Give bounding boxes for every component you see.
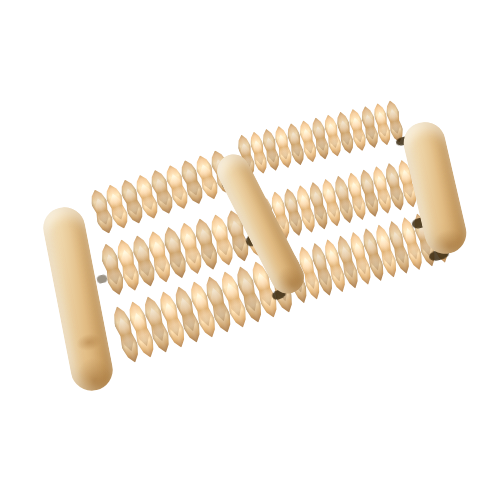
joint-shadow xyxy=(96,274,108,284)
product-photo-canvas: Wooden two-foot massage roller: a light … xyxy=(0,0,500,500)
